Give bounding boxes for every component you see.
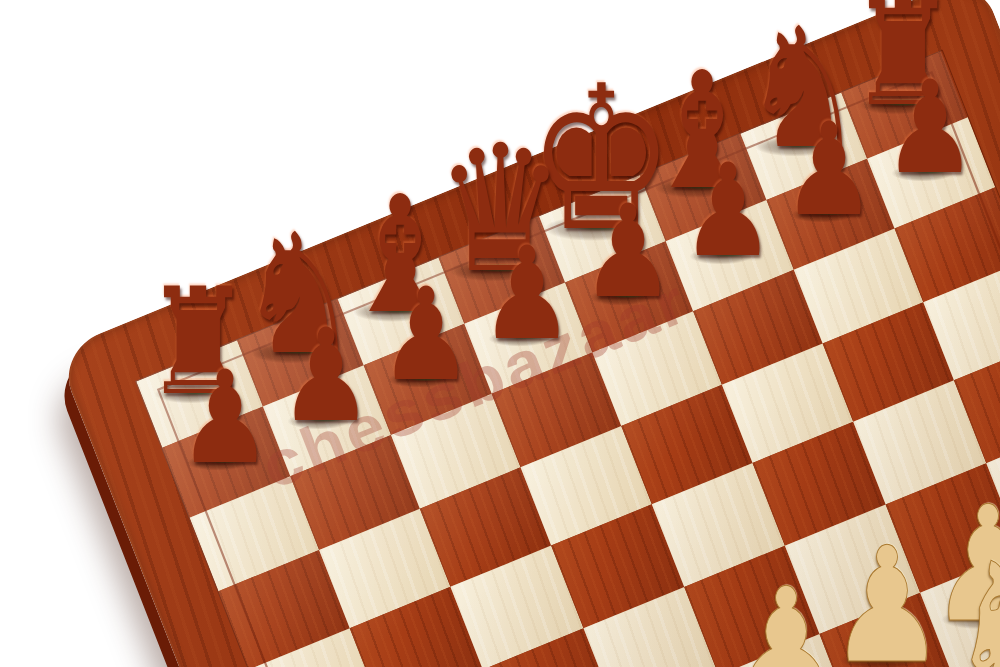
chess-set-product-photo: chessbazaar ♜♞♝♛♚♝♞♜♟♟♟♟♟♟♟♟♟♟♟♞ (0, 0, 1000, 667)
